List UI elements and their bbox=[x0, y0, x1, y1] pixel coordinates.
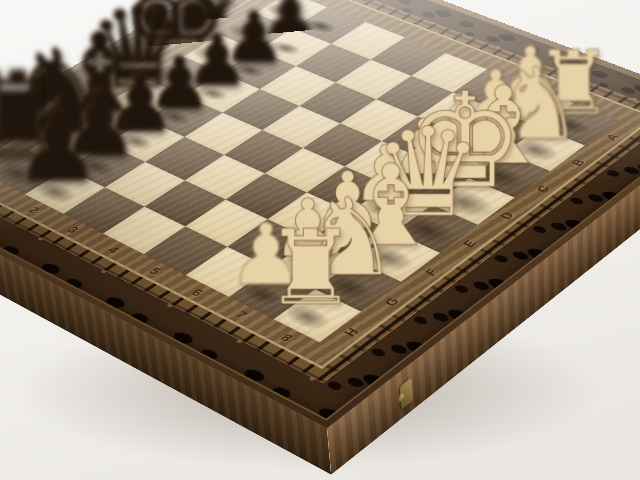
chess-set-photo: 12345678 ABCDEFGH ♜♞♝♚♛♝♞♜♟♟♟♟♟♟♟♟♟♟♟♟♟♟… bbox=[0, 0, 640, 480]
black-pawn-glyph: ♟ bbox=[0, 98, 149, 196]
brass-clasp-icon bbox=[400, 378, 413, 410]
white-rook-glyph: ♜ bbox=[211, 217, 411, 320]
clasp-knob bbox=[398, 392, 404, 404]
